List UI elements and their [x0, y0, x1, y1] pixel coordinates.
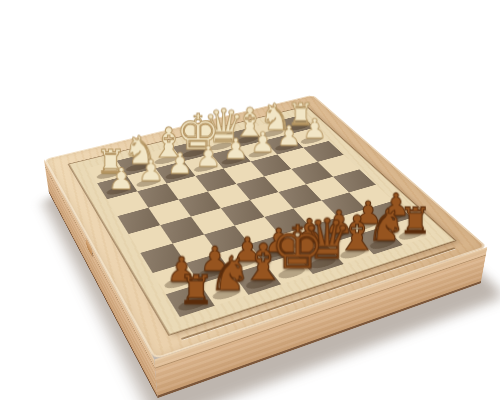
piece-black-rook[interactable]: ♜ [170, 269, 222, 309]
chess-box: ♜♞♝♛♚♝♞♜♟♟♟♟♟♟♟♟♟♟♟♟♟♟♟♟♜♞♝♛♚♝♞♜ [44, 95, 487, 360]
photo-canvas: ♜♞♝♛♚♝♞♜♟♟♟♟♟♟♟♟♟♟♟♟♟♟♟♟♜♞♝♛♚♝♞♜ [0, 0, 500, 400]
perspective-stage: ♜♞♝♛♚♝♞♜♟♟♟♟♟♟♟♟♟♟♟♟♟♟♟♟♜♞♝♛♚♝♞♜ [0, 0, 500, 400]
